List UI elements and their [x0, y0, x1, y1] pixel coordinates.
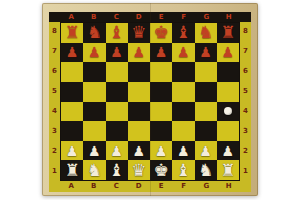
- square-e6[interactable]: [150, 62, 172, 82]
- square-a7[interactable]: ♟: [61, 43, 83, 63]
- rank-label-2: 2: [49, 141, 60, 161]
- square-c4[interactable]: [106, 102, 128, 122]
- white-pawn[interactable]: ♟: [133, 144, 146, 158]
- rank-label-6: 6: [240, 62, 251, 82]
- square-g4[interactable]: [195, 102, 217, 122]
- top-file-strip: ABCDEFGH: [49, 12, 251, 22]
- white-bishop[interactable]: ♝: [109, 162, 124, 179]
- red-bishop[interactable]: ♝: [176, 24, 191, 41]
- file-label-c: C: [105, 14, 128, 21]
- square-g7[interactable]: ♟: [195, 43, 217, 63]
- red-rook[interactable]: ♜: [65, 24, 80, 41]
- rank-label-6: 6: [49, 62, 60, 82]
- rank-label-8: 8: [240, 22, 251, 42]
- rank-label-3: 3: [49, 121, 60, 141]
- square-f4[interactable]: [172, 102, 194, 122]
- square-a5[interactable]: [61, 82, 83, 102]
- square-d1[interactable]: ♛: [128, 160, 150, 180]
- rank-label-8: 8: [49, 22, 60, 42]
- white-pawn[interactable]: ♟: [222, 144, 235, 158]
- square-b3[interactable]: [83, 121, 105, 141]
- red-knight[interactable]: ♞: [87, 24, 102, 41]
- white-bishop[interactable]: ♝: [176, 162, 191, 179]
- white-knight[interactable]: ♞: [198, 162, 213, 179]
- white-rook[interactable]: ♜: [65, 162, 80, 179]
- red-queen[interactable]: ♛: [131, 24, 146, 41]
- square-g5[interactable]: [195, 82, 217, 102]
- square-g2[interactable]: ♟: [195, 141, 217, 161]
- square-d2[interactable]: ♟: [128, 141, 150, 161]
- file-label-e: E: [150, 183, 173, 190]
- square-c3[interactable]: [106, 121, 128, 141]
- square-e4[interactable]: [150, 102, 172, 122]
- square-a3[interactable]: [61, 121, 83, 141]
- square-h1[interactable]: ♜: [217, 160, 239, 180]
- red-pawn[interactable]: ♟: [66, 45, 79, 59]
- square-f2[interactable]: ♟: [172, 141, 194, 161]
- rank-label-7: 7: [240, 42, 251, 62]
- white-pawn[interactable]: ♟: [88, 144, 101, 158]
- square-e1[interactable]: ♚: [150, 160, 172, 180]
- file-label-a: A: [60, 14, 83, 21]
- square-b4[interactable]: [83, 102, 105, 122]
- file-label-h: H: [218, 14, 241, 21]
- red-pawn[interactable]: ♟: [88, 45, 101, 59]
- square-h4[interactable]: [217, 102, 239, 122]
- square-f7[interactable]: ♟: [172, 43, 194, 63]
- rank-label-1: 1: [240, 161, 251, 181]
- square-f5[interactable]: [172, 82, 194, 102]
- square-d7[interactable]: ♟: [128, 43, 150, 63]
- square-d3[interactable]: [128, 121, 150, 141]
- file-label-g: G: [195, 183, 218, 190]
- board-squares: ♜♞♝♛♚♝♞♜♟♟♟♟♟♟♟♟♟♟♟♟♟♟♟♟♜♞♝♛♚♝♞♜: [60, 22, 240, 181]
- white-queen[interactable]: ♛: [131, 162, 146, 179]
- rank-label-7: 7: [49, 42, 60, 62]
- square-d6[interactable]: [128, 62, 150, 82]
- square-b7[interactable]: ♟: [83, 43, 105, 63]
- white-pawn[interactable]: ♟: [177, 144, 190, 158]
- red-pawn[interactable]: ♟: [155, 45, 168, 59]
- rank-label-4: 4: [240, 102, 251, 122]
- white-rook[interactable]: ♜: [220, 162, 235, 179]
- file-label-f: F: [173, 183, 196, 190]
- red-bishop[interactable]: ♝: [109, 24, 124, 41]
- board-mid: 87654321 ♜♞♝♛♚♝♞♜♟♟♟♟♟♟♟♟♟♟♟♟♟♟♟♟♜♞♝♛♚♝♞…: [49, 22, 251, 181]
- right-rank-rail: 87654321: [240, 22, 251, 181]
- square-a1[interactable]: ♜: [61, 160, 83, 180]
- square-g3[interactable]: [195, 121, 217, 141]
- file-label-e: E: [150, 14, 173, 21]
- rank-label-4: 4: [49, 102, 60, 122]
- file-label-d: D: [128, 14, 151, 21]
- file-label-h: H: [218, 183, 241, 190]
- square-g6[interactable]: [195, 62, 217, 82]
- square-h7[interactable]: ♟: [217, 43, 239, 63]
- square-h5[interactable]: [217, 82, 239, 102]
- red-king[interactable]: ♚: [154, 24, 169, 41]
- square-b5[interactable]: [83, 82, 105, 102]
- file-label-a: A: [60, 183, 83, 190]
- square-e8[interactable]: ♚: [150, 23, 172, 43]
- square-f1[interactable]: ♝: [172, 160, 194, 180]
- red-pawn[interactable]: ♟: [177, 45, 190, 59]
- square-f8[interactable]: ♝: [172, 23, 194, 43]
- board-frame: ABCDEFGH 87654321 ♜♞♝♛♚♝♞♜♟♟♟♟♟♟♟♟♟♟♟♟♟♟…: [42, 3, 258, 196]
- square-c6[interactable]: [106, 62, 128, 82]
- white-pawn[interactable]: ♟: [155, 144, 168, 158]
- square-e5[interactable]: [150, 82, 172, 102]
- square-a4[interactable]: [61, 102, 83, 122]
- file-label-g: G: [195, 14, 218, 21]
- white-pawn[interactable]: ♟: [66, 144, 79, 158]
- square-c1[interactable]: ♝: [106, 160, 128, 180]
- square-f3[interactable]: [172, 121, 194, 141]
- file-label-d: D: [128, 183, 151, 190]
- board-plate: ABCDEFGH 87654321 ♜♞♝♛♚♝♞♜♟♟♟♟♟♟♟♟♟♟♟♟♟♟…: [49, 12, 251, 192]
- file-label-b: B: [83, 183, 106, 190]
- rank-label-2: 2: [240, 141, 251, 161]
- square-c5[interactable]: [106, 82, 128, 102]
- square-d5[interactable]: [128, 82, 150, 102]
- square-b8[interactable]: ♞: [83, 23, 105, 43]
- square-b1[interactable]: ♞: [83, 160, 105, 180]
- red-rook[interactable]: ♜: [220, 24, 235, 41]
- square-e7[interactable]: ♟: [150, 43, 172, 63]
- file-label-c: C: [105, 183, 128, 190]
- square-c8[interactable]: ♝: [106, 23, 128, 43]
- square-h2[interactable]: ♟: [217, 141, 239, 161]
- photo-background: ABCDEFGH 87654321 ♜♞♝♛♚♝♞♜♟♟♟♟♟♟♟♟♟♟♟♟♟♟…: [0, 0, 300, 200]
- square-d4[interactable]: [128, 102, 150, 122]
- square-b6[interactable]: [83, 62, 105, 82]
- red-pawn[interactable]: ♟: [110, 45, 123, 59]
- square-a6[interactable]: [61, 62, 83, 82]
- square-g1[interactable]: ♞: [195, 160, 217, 180]
- square-b2[interactable]: ♟: [83, 141, 105, 161]
- white-pawn[interactable]: ♟: [199, 144, 212, 158]
- square-c2[interactable]: ♟: [106, 141, 128, 161]
- left-rank-rail: 87654321: [49, 22, 60, 181]
- rank-label-3: 3: [240, 121, 251, 141]
- file-label-b: B: [83, 14, 106, 21]
- rank-label-1: 1: [49, 161, 60, 181]
- white-knight[interactable]: ♞: [87, 162, 102, 179]
- rank-label-5: 5: [240, 82, 251, 102]
- square-h3[interactable]: [217, 121, 239, 141]
- square-d8[interactable]: ♛: [128, 23, 150, 43]
- square-g8[interactable]: ♞: [195, 23, 217, 43]
- red-knight[interactable]: ♞: [198, 24, 213, 41]
- square-f6[interactable]: [172, 62, 194, 82]
- red-pawn[interactable]: ♟: [199, 45, 212, 59]
- file-label-f: F: [173, 14, 196, 21]
- square-c7[interactable]: ♟: [106, 43, 128, 63]
- square-a8[interactable]: ♜: [61, 23, 83, 43]
- white-king[interactable]: ♚: [154, 162, 169, 179]
- square-e2[interactable]: ♟: [150, 141, 172, 161]
- square-h8[interactable]: ♜: [217, 23, 239, 43]
- square-e3[interactable]: [150, 121, 172, 141]
- white-disc-marker[interactable]: [224, 107, 232, 115]
- red-pawn[interactable]: ♟: [133, 45, 146, 59]
- white-pawn[interactable]: ♟: [110, 144, 123, 158]
- bottom-file-strip: ABCDEFGH: [49, 181, 251, 192]
- rank-label-5: 5: [49, 82, 60, 102]
- square-a2[interactable]: ♟: [61, 141, 83, 161]
- red-pawn[interactable]: ♟: [222, 45, 235, 59]
- square-h6[interactable]: [217, 62, 239, 82]
